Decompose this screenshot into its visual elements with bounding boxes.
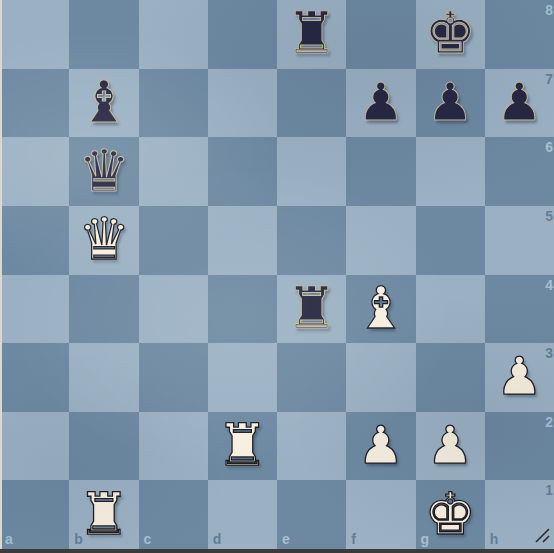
square-b3[interactable] [69,343,138,412]
square-h3[interactable]: ♟3 [485,343,554,412]
square-c4[interactable] [139,275,208,344]
file-label-e: e [282,532,290,546]
white-pawn[interactable]: ♟ [496,350,543,402]
white-pawn[interactable]: ♟ [358,419,405,471]
square-h4[interactable]: 4 [485,275,554,344]
black-pawn[interactable]: ♟ [427,76,474,128]
square-b7[interactable]: ♝ [69,69,138,138]
window-left-edge [0,0,2,549]
square-b6[interactable]: ♛ [69,137,138,206]
square-a5[interactable] [0,206,69,275]
square-g2[interactable]: ♟ [416,412,485,481]
file-label-a: a [5,532,13,546]
rank-label-3: 3 [545,346,553,360]
square-e5[interactable] [277,206,346,275]
file-label-d: d [213,532,222,546]
white-pawn[interactable]: ♟ [427,419,474,471]
rank-label-5: 5 [545,209,553,223]
square-f4[interactable]: ♝ [346,275,415,344]
square-a6[interactable] [0,137,69,206]
square-f2[interactable]: ♟ [346,412,415,481]
square-h8[interactable]: 8 [485,0,554,69]
black-king[interactable]: ♚ [424,4,476,62]
square-g6[interactable] [416,137,485,206]
rank-label-8: 8 [545,3,553,17]
chess-board: ♜♚8♝♟♟♟7♛6♛5♜♝4♟3♜♟♟2a♜bcdef♚g1h [0,0,554,549]
file-label-c: c [144,532,152,546]
rank-label-6: 6 [545,140,553,154]
white-queen[interactable]: ♛ [78,210,130,268]
square-d2[interactable]: ♜ [208,412,277,481]
square-c1[interactable]: c [139,480,208,549]
black-pawn[interactable]: ♟ [496,76,543,128]
square-c8[interactable] [139,0,208,69]
white-rook[interactable]: ♜ [216,416,268,474]
square-d1[interactable]: d [208,480,277,549]
square-h7[interactable]: ♟7 [485,69,554,138]
black-queen[interactable]: ♛ [78,142,130,200]
white-rook[interactable]: ♜ [78,485,130,543]
square-g7[interactable]: ♟ [416,69,485,138]
square-a1[interactable]: a [0,480,69,549]
rank-label-2: 2 [545,415,553,429]
chess-app-window: ♜♚8♝♟♟♟7♛6♛5♜♝4♟3♜♟♟2a♜bcdef♚g1h [0,0,554,553]
square-f5[interactable] [346,206,415,275]
file-label-g: g [421,532,430,546]
square-h2[interactable]: 2 [485,412,554,481]
square-b8[interactable] [69,0,138,69]
black-pawn[interactable]: ♟ [358,76,405,128]
square-c6[interactable] [139,137,208,206]
square-g5[interactable] [416,206,485,275]
file-label-h: h [490,532,499,546]
black-rook[interactable]: ♜ [286,4,338,62]
square-c3[interactable] [139,343,208,412]
file-label-f: f [351,532,356,546]
square-f7[interactable]: ♟ [346,69,415,138]
square-b2[interactable] [69,412,138,481]
rank-label-4: 4 [545,278,553,292]
square-a3[interactable] [0,343,69,412]
square-h5[interactable]: 5 [485,206,554,275]
square-g8[interactable]: ♚ [416,0,485,69]
square-e8[interactable]: ♜ [277,0,346,69]
square-c5[interactable] [139,206,208,275]
square-d6[interactable] [208,137,277,206]
square-a8[interactable] [0,0,69,69]
square-e2[interactable] [277,412,346,481]
white-king[interactable]: ♚ [424,485,476,543]
square-d7[interactable] [208,69,277,138]
square-g1[interactable]: ♚g [416,480,485,549]
square-c2[interactable] [139,412,208,481]
square-a7[interactable] [0,69,69,138]
square-f1[interactable]: f [346,480,415,549]
window-bottom-bar [0,549,554,553]
square-b1[interactable]: ♜b [69,480,138,549]
white-bishop[interactable]: ♝ [355,279,407,337]
square-e1[interactable]: e [277,480,346,549]
file-label-b: b [74,532,83,546]
square-d5[interactable] [208,206,277,275]
square-f8[interactable] [346,0,415,69]
rank-label-7: 7 [545,72,553,86]
square-e3[interactable] [277,343,346,412]
square-d3[interactable] [208,343,277,412]
square-e7[interactable] [277,69,346,138]
square-g4[interactable] [416,275,485,344]
square-a4[interactable] [0,275,69,344]
square-d8[interactable] [208,0,277,69]
square-e4[interactable]: ♜ [277,275,346,344]
square-f6[interactable] [346,137,415,206]
black-rook[interactable]: ♜ [286,279,338,337]
square-f3[interactable] [346,343,415,412]
square-d4[interactable] [208,275,277,344]
rank-label-1: 1 [545,483,553,497]
square-h6[interactable]: 6 [485,137,554,206]
square-b4[interactable] [69,275,138,344]
square-e6[interactable] [277,137,346,206]
square-c7[interactable] [139,69,208,138]
square-b5[interactable]: ♛ [69,206,138,275]
square-g3[interactable] [416,343,485,412]
black-bishop[interactable]: ♝ [78,73,130,131]
square-a2[interactable] [0,412,69,481]
resize-grip-icon[interactable] [532,525,552,545]
